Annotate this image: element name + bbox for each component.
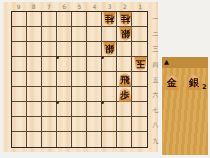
komadai-sente: ▲ 金銀2 xyxy=(162,57,208,155)
square-9-6[interactable] xyxy=(12,87,27,102)
square-9-8[interactable] xyxy=(12,117,27,132)
rank-label-1: 一 xyxy=(151,12,160,27)
square-8-6[interactable] xyxy=(27,87,42,102)
hand-pieces: 金銀2 xyxy=(162,75,208,90)
square-2-7[interactable] xyxy=(117,102,132,117)
square-9-5[interactable] xyxy=(12,72,27,87)
square-1-1[interactable] xyxy=(132,12,147,27)
file-label-9: 9 xyxy=(11,3,26,10)
square-6-3[interactable] xyxy=(57,42,72,57)
rank-label-6: 六 xyxy=(151,88,160,103)
square-3-6[interactable] xyxy=(102,87,117,102)
square-7-7[interactable] xyxy=(42,102,57,117)
square-8-4[interactable] xyxy=(27,57,42,72)
square-8-8[interactable] xyxy=(27,117,42,132)
shogi-board: 987654321 一二三四五六七八九 桂桂銀銀玉飛歩 xyxy=(3,2,158,152)
rank-label-3: 三 xyxy=(151,42,160,57)
square-8-7[interactable] xyxy=(27,102,42,117)
square-4-8[interactable] xyxy=(87,117,102,132)
hand-piece-glyph-金: 金 xyxy=(165,75,179,90)
sente-marker-icon: ▲ xyxy=(162,59,169,66)
square-4-7[interactable] xyxy=(87,102,102,117)
square-1-8[interactable] xyxy=(132,117,147,132)
square-3-2[interactable] xyxy=(102,27,117,42)
square-8-2[interactable] xyxy=(27,27,42,42)
square-4-6[interactable] xyxy=(87,87,102,102)
square-8-5[interactable] xyxy=(27,72,42,87)
square-5-2[interactable] xyxy=(72,27,87,42)
square-7-1[interactable] xyxy=(42,12,57,27)
square-5-3[interactable] xyxy=(72,42,87,57)
square-1-7[interactable] xyxy=(132,102,147,117)
square-5-9[interactable] xyxy=(72,132,87,147)
square-7-4[interactable] xyxy=(42,57,57,72)
file-labels: 987654321 xyxy=(11,3,148,10)
hand-piece-count-銀: 2 xyxy=(202,84,207,91)
square-6-5[interactable] xyxy=(57,72,72,87)
hoshi-dot-2 xyxy=(101,56,104,59)
komadai-header: ▲ xyxy=(162,57,208,68)
square-3-4[interactable] xyxy=(102,57,117,72)
square-2-9[interactable] xyxy=(117,132,132,147)
square-4-5[interactable] xyxy=(87,72,102,87)
square-6-9[interactable] xyxy=(57,132,72,147)
square-4-3[interactable] xyxy=(87,42,102,57)
square-5-5[interactable] xyxy=(72,72,87,87)
hand-piece-glyph-銀: 銀 xyxy=(187,75,201,90)
square-6-4[interactable] xyxy=(57,57,72,72)
rank-label-9: 九 xyxy=(151,134,160,149)
square-6-8[interactable] xyxy=(57,117,72,132)
rank-label-7: 七 xyxy=(151,103,160,118)
square-4-4[interactable] xyxy=(87,57,102,72)
file-label-7: 7 xyxy=(41,3,56,10)
rank-labels: 一二三四五六七八九 xyxy=(151,12,160,149)
square-5-7[interactable] xyxy=(72,102,87,117)
hoshi-dot-4 xyxy=(101,101,104,104)
square-9-4[interactable] xyxy=(12,57,27,72)
square-6-6[interactable] xyxy=(57,87,72,102)
rank-label-8: 八 xyxy=(151,118,160,133)
square-7-5[interactable] xyxy=(42,72,57,87)
square-3-7[interactable] xyxy=(102,102,117,117)
square-5-6[interactable] xyxy=(72,87,87,102)
file-label-6: 6 xyxy=(57,3,72,10)
square-5-4[interactable] xyxy=(72,57,87,72)
hoshi-dot-1 xyxy=(56,56,59,59)
square-3-5[interactable] xyxy=(102,72,117,87)
square-6-1[interactable] xyxy=(57,12,72,27)
square-2-8[interactable] xyxy=(117,117,132,132)
square-3-9[interactable] xyxy=(102,132,117,147)
rank-label-4: 四 xyxy=(151,58,160,73)
square-9-7[interactable] xyxy=(12,102,27,117)
square-7-3[interactable] xyxy=(42,42,57,57)
square-6-7[interactable] xyxy=(57,102,72,117)
hoshi-dot-3 xyxy=(56,101,59,104)
square-6-2[interactable] xyxy=(57,27,72,42)
file-label-2: 2 xyxy=(117,3,132,10)
square-3-8[interactable] xyxy=(102,117,117,132)
square-7-9[interactable] xyxy=(42,132,57,147)
square-1-9[interactable] xyxy=(132,132,147,147)
rank-label-5: 五 xyxy=(151,73,160,88)
square-2-4[interactable] xyxy=(117,57,132,72)
file-label-8: 8 xyxy=(26,3,41,10)
rank-label-2: 二 xyxy=(151,27,160,42)
hand-piece-銀[interactable]: 銀2 xyxy=(187,75,207,90)
file-label-5: 5 xyxy=(72,3,87,10)
square-4-9[interactable] xyxy=(87,132,102,147)
square-1-3[interactable] xyxy=(132,42,147,57)
square-1-6[interactable] xyxy=(132,87,147,102)
square-7-8[interactable] xyxy=(42,117,57,132)
square-2-3[interactable] xyxy=(117,42,132,57)
square-4-1[interactable] xyxy=(87,12,102,27)
square-9-3[interactable] xyxy=(12,42,27,57)
file-label-3: 3 xyxy=(102,3,117,10)
square-5-1[interactable] xyxy=(72,12,87,27)
square-8-1[interactable] xyxy=(27,12,42,27)
tsume-shogi-diagram: 987654321 一二三四五六七八九 桂桂銀銀玉飛歩 ▲ 金銀2 xyxy=(0,0,210,158)
square-5-8[interactable] xyxy=(72,117,87,132)
hand-piece-金[interactable]: 金 xyxy=(165,75,179,90)
square-4-2[interactable] xyxy=(87,27,102,42)
square-8-3[interactable] xyxy=(27,42,42,57)
file-label-4: 4 xyxy=(87,3,102,10)
square-1-5[interactable] xyxy=(132,72,147,87)
square-8-9[interactable] xyxy=(27,132,42,147)
square-9-1[interactable] xyxy=(12,12,27,27)
file-label-1: 1 xyxy=(133,3,148,10)
square-9-9[interactable] xyxy=(12,132,27,147)
square-7-2[interactable] xyxy=(42,27,57,42)
square-7-6[interactable] xyxy=(42,87,57,102)
square-9-2[interactable] xyxy=(12,27,27,42)
square-1-2[interactable] xyxy=(132,27,147,42)
